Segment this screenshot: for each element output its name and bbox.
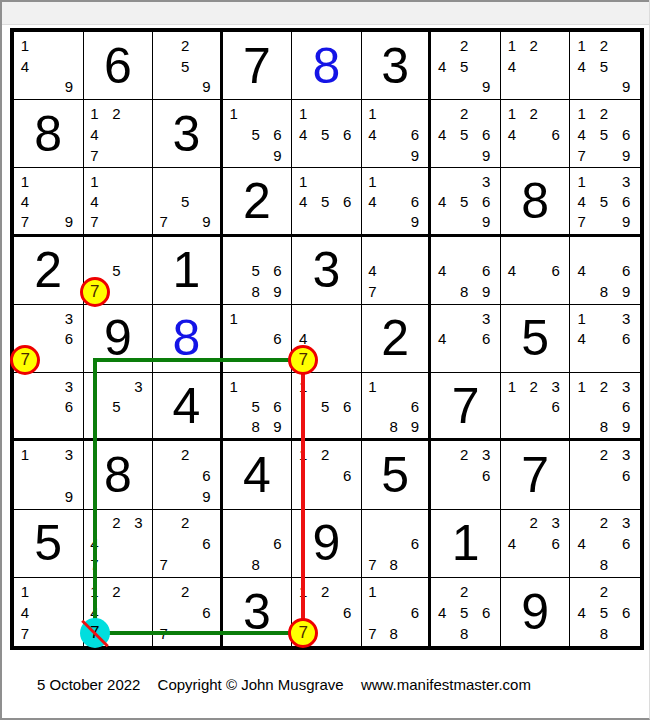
cell-r4c8[interactable]: 46 xyxy=(501,237,571,305)
cell-r3c3[interactable]: 579 xyxy=(153,168,223,236)
candidate-digit: 5 xyxy=(600,194,608,209)
candidate-digit: 2 xyxy=(600,105,608,120)
candidate-digit: 5 xyxy=(181,58,189,73)
candidate-digit: 3 xyxy=(482,310,490,325)
candidate-digit: 2 xyxy=(600,37,608,52)
candidate-digit: 9 xyxy=(202,214,210,229)
candidate-digit: 6 xyxy=(411,604,419,619)
cell-r2c7[interactable]: 24569 xyxy=(431,100,501,168)
candidate-digit: 2 xyxy=(460,37,468,52)
candidate-digit: 4 xyxy=(577,604,585,619)
footer-copyright: Copyright © John Musgrave xyxy=(158,676,344,693)
cell-r4c2[interactable]: 57 xyxy=(84,237,154,305)
cell-r6c5[interactable]: 156 xyxy=(292,373,362,441)
candidate-digit: 8 xyxy=(251,556,259,571)
candidate-digit: 1 xyxy=(90,583,98,598)
cell-r9c7[interactable]: 24568 xyxy=(431,578,501,646)
candidate-digit: 6 xyxy=(411,126,419,141)
candidate-digit: 7 xyxy=(21,214,29,229)
candidate-digit: 3 xyxy=(622,515,630,530)
cell-r5c7[interactable]: 346 xyxy=(431,305,501,373)
cell-r4c9[interactable]: 4689 xyxy=(570,237,640,305)
candidate-digit: 3 xyxy=(622,447,630,462)
candidate-digit: 8 xyxy=(600,626,608,641)
candidate-digit: 9 xyxy=(482,147,490,162)
candidate-digit: 6 xyxy=(622,331,630,346)
candidate-digit: 1 xyxy=(229,378,237,393)
candidate-digit: 1 xyxy=(368,173,376,188)
candidate-digit: 8 xyxy=(390,418,398,433)
candidate-digit: 2 xyxy=(600,447,608,462)
cell-r7c5[interactable]: 126 xyxy=(292,441,362,509)
candidate-digit: 1 xyxy=(21,447,29,462)
candidate-digit: 1 xyxy=(299,378,307,393)
cell-r2c6[interactable]: 1469 xyxy=(362,100,432,168)
cell-r2c1[interactable]: 8 xyxy=(14,100,84,168)
given-digit: 5 xyxy=(381,450,409,500)
candidate-digit: 9 xyxy=(273,147,281,162)
candidate-digit: 7 xyxy=(21,352,29,367)
candidate-digit: 5 xyxy=(600,604,608,619)
candidate-digit: 8 xyxy=(251,418,259,433)
given-digit: 5 xyxy=(521,313,549,363)
cell-r8c4[interactable]: 68 xyxy=(223,510,293,578)
candidate-digit: 6 xyxy=(202,536,210,551)
given-digit: 3 xyxy=(243,587,271,637)
cell-r6c8[interactable]: 1236 xyxy=(501,373,571,441)
candidate-digit: 2 xyxy=(530,37,538,52)
candidate-digit: 9 xyxy=(65,488,73,503)
candidate-digit: 4 xyxy=(90,536,98,551)
candidate-digit: 2 xyxy=(600,583,608,598)
candidate-digit: 2 xyxy=(460,447,468,462)
cell-r1c6[interactable]: 3 xyxy=(362,32,432,100)
candidate-digit: 6 xyxy=(552,536,560,551)
candidate-digit: 1 xyxy=(577,378,585,393)
cell-r3c2[interactable]: 147 xyxy=(84,168,154,236)
candidate-digit: 4 xyxy=(438,194,446,209)
cell-r9c8[interactable]: 9 xyxy=(501,578,571,646)
candidate-digit: 8 xyxy=(460,284,468,299)
candidate-digit: 6 xyxy=(343,126,351,141)
candidate-digit: 6 xyxy=(552,398,560,413)
candidate-digit: 3 xyxy=(65,447,73,462)
cell-r7c2[interactable]: 8 xyxy=(84,441,154,509)
cell-r1c4[interactable]: 7 xyxy=(223,32,293,100)
candidate-digit: 7 xyxy=(368,284,376,299)
candidate-digit: 1 xyxy=(508,378,516,393)
cell-r3c4[interactable]: 2 xyxy=(223,168,293,236)
candidate-digit: 6 xyxy=(552,126,560,141)
candidate-digit: 9 xyxy=(482,79,490,94)
cell-r6c6[interactable]: 1689 xyxy=(362,373,432,441)
candidate-digit: 7 xyxy=(21,626,29,641)
candidate-digit: 1 xyxy=(368,378,376,393)
cell-r3c7[interactable]: 34569 xyxy=(431,168,501,236)
cell-r4c5[interactable]: 3 xyxy=(292,237,362,305)
candidate-digit: 9 xyxy=(411,214,419,229)
candidate-digit: 8 xyxy=(390,626,398,641)
candidate-digit: 8 xyxy=(600,556,608,571)
candidate-digit: 6 xyxy=(622,194,630,209)
candidate-digit: 1 xyxy=(577,310,585,325)
candidate-digit: 7 xyxy=(90,284,98,299)
candidate-digit: 6 xyxy=(482,263,490,278)
cell-r6c9[interactable]: 123689 xyxy=(570,373,640,441)
given-digit: 7 xyxy=(521,450,549,500)
cell-r4c7[interactable]: 4689 xyxy=(431,237,501,305)
candidate-digit: 6 xyxy=(343,194,351,209)
candidate-digit: 3 xyxy=(65,310,73,325)
candidate-digit: 9 xyxy=(482,214,490,229)
candidate-digit: 8 xyxy=(600,284,608,299)
candidate-digit: 7 xyxy=(160,214,168,229)
candidate-digit: 1 xyxy=(21,37,29,52)
cell-r9c1[interactable]: 147 xyxy=(14,578,84,646)
candidate-digit: 9 xyxy=(65,214,73,229)
cell-r8c3[interactable]: 267 xyxy=(153,510,223,578)
candidate-digit: 1 xyxy=(90,173,98,188)
candidate-digit: 3 xyxy=(622,173,630,188)
candidate-digit: 4 xyxy=(21,604,29,619)
candidate-digit: 6 xyxy=(65,331,73,346)
candidate-digit: 3 xyxy=(65,378,73,393)
candidate-digit: 7 xyxy=(90,147,98,162)
given-digit: 7 xyxy=(452,381,480,431)
candidate-digit: 4 xyxy=(508,536,516,551)
candidate-digit: 7 xyxy=(90,556,98,571)
cell-r6c1[interactable]: 36 xyxy=(14,373,84,441)
candidate-digit: 3 xyxy=(134,515,142,530)
candidate-digit: 4 xyxy=(21,194,29,209)
cell-r7c8[interactable]: 7 xyxy=(501,441,571,509)
given-digit: 2 xyxy=(34,245,62,295)
candidate-digit: 8 xyxy=(251,284,259,299)
cell-r5c2[interactable]: 9 xyxy=(84,305,154,373)
cell-r6c4[interactable]: 15689 xyxy=(223,373,293,441)
candidate-digit: 4 xyxy=(299,194,307,209)
cell-r5c4[interactable]: 16 xyxy=(223,305,293,373)
candidate-digit: 1 xyxy=(299,583,307,598)
candidate-digit: 1 xyxy=(299,173,307,188)
candidate-digit: 3 xyxy=(552,378,560,393)
candidate-digit: 2 xyxy=(530,378,538,393)
candidate-digit: 9 xyxy=(622,147,630,162)
candidate-digit: 3 xyxy=(622,310,630,325)
candidate-digit: 6 xyxy=(343,467,351,482)
cell-r2c9[interactable]: 1245679 xyxy=(570,100,640,168)
given-digit: 8 xyxy=(104,450,132,500)
candidate-digit: 6 xyxy=(343,604,351,619)
candidate-digit: 1 xyxy=(229,310,237,325)
candidate-digit: 4 xyxy=(508,126,516,141)
candidate-digit: 7 xyxy=(368,556,376,571)
cell-r4c6[interactable]: 47 xyxy=(362,237,432,305)
candidate-digit: 6 xyxy=(273,126,281,141)
given-digit: 2 xyxy=(243,176,271,226)
cell-r1c9[interactable]: 12459 xyxy=(570,32,640,100)
entered-digit: 8 xyxy=(172,313,200,363)
candidate-digit: 1 xyxy=(368,105,376,120)
candidate-digit: 4 xyxy=(90,126,98,141)
candidate-digit: 2 xyxy=(321,447,329,462)
cell-r2c8[interactable]: 1246 xyxy=(501,100,571,168)
candidate-digit: 6 xyxy=(411,194,419,209)
candidate-digit: 5 xyxy=(321,194,329,209)
candidate-digit: 6 xyxy=(622,263,630,278)
candidate-digit: 5 xyxy=(460,604,468,619)
candidate-digit: 1 xyxy=(21,173,29,188)
candidate-digit: 3 xyxy=(622,378,630,393)
candidate-digit: 2 xyxy=(600,515,608,530)
candidate-digit: 1 xyxy=(90,105,98,120)
given-digit: 1 xyxy=(172,245,200,295)
cell-r5c6[interactable]: 2 xyxy=(362,305,432,373)
cell-r8c6[interactable]: 678 xyxy=(362,510,432,578)
candidate-digit: 5 xyxy=(321,126,329,141)
cell-r2c2[interactable]: 1247 xyxy=(84,100,154,168)
candidate-digit: 9 xyxy=(202,79,210,94)
cell-r9c9[interactable]: 24568 xyxy=(570,578,640,646)
given-digit: 9 xyxy=(313,518,341,568)
candidate-digit: 8 xyxy=(390,556,398,571)
candidate-digit: 2 xyxy=(112,105,120,120)
candidate-digit: 4 xyxy=(508,263,516,278)
candidate-digit: 6 xyxy=(482,467,490,482)
footer-date: 5 October 2022 xyxy=(37,676,140,693)
candidate-digit: 9 xyxy=(273,284,281,299)
cell-r4c4[interactable]: 5689 xyxy=(223,237,293,305)
candidate-digit: 6 xyxy=(622,467,630,482)
candidate-digit: 2 xyxy=(181,447,189,462)
given-digit: 5 xyxy=(34,518,62,568)
candidate-digit: 9 xyxy=(622,418,630,433)
cell-r6c2[interactable]: 35 xyxy=(84,373,154,441)
sudoku-board: 1496259783245912412459812473156914561469… xyxy=(10,28,644,650)
cell-r3c8[interactable]: 8 xyxy=(501,168,571,236)
entered-digit: 8 xyxy=(313,41,341,91)
candidate-digit: 5 xyxy=(460,126,468,141)
candidate-digit: 6 xyxy=(482,126,490,141)
cell-r3c5[interactable]: 1456 xyxy=(292,168,362,236)
candidate-digit: 1 xyxy=(577,173,585,188)
candidate-digit: 9 xyxy=(622,79,630,94)
candidate-digit: 3 xyxy=(552,515,560,530)
candidate-digit: 6 xyxy=(273,263,281,278)
candidate-digit: 4 xyxy=(438,126,446,141)
candidate-digit: 4 xyxy=(368,126,376,141)
candidate-digit: 2 xyxy=(600,378,608,393)
candidate-digit: 9 xyxy=(622,214,630,229)
candidate-digit: 4 xyxy=(577,263,585,278)
candidate-digit: 2 xyxy=(181,37,189,52)
cell-r6c3[interactable]: 4 xyxy=(153,373,223,441)
given-digit: 3 xyxy=(172,109,200,159)
cell-r2c4[interactable]: 1569 xyxy=(223,100,293,168)
candidate-digit: 7 xyxy=(299,626,307,641)
given-digit: 9 xyxy=(104,313,132,363)
candidate-digit: 4 xyxy=(508,58,516,73)
candidate-digit: 1 xyxy=(508,105,516,120)
candidate-digit: 5 xyxy=(460,194,468,209)
candidate-digit: 2 xyxy=(181,583,189,598)
candidate-digit: 4 xyxy=(438,263,446,278)
cell-r9c4[interactable]: 3 xyxy=(223,578,293,646)
candidate-digit: 5 xyxy=(251,263,259,278)
candidate-digit: 3 xyxy=(482,173,490,188)
cell-r7c9[interactable]: 236 xyxy=(570,441,640,509)
cell-r5c3[interactable]: 8 xyxy=(153,305,223,373)
cell-r4c1[interactable]: 2 xyxy=(14,237,84,305)
given-digit: 3 xyxy=(381,41,409,91)
candidate-digit: 7 xyxy=(368,626,376,641)
candidate-digit: 4 xyxy=(577,536,585,551)
candidate-digit: 6 xyxy=(202,604,210,619)
candidate-digit: 5 xyxy=(600,126,608,141)
cell-r1c2[interactable]: 6 xyxy=(84,32,154,100)
candidate-digit: 6 xyxy=(411,536,419,551)
candidate-digit: 7 xyxy=(299,352,307,367)
candidate-digit: 1 xyxy=(21,583,29,598)
candidate-digit: 6 xyxy=(273,331,281,346)
cell-r8c9[interactable]: 23468 xyxy=(570,510,640,578)
candidate-digit: 6 xyxy=(622,536,630,551)
candidate-digit: 1 xyxy=(508,37,516,52)
given-digit: 8 xyxy=(34,109,62,159)
cell-r2c3[interactable]: 3 xyxy=(153,100,223,168)
cell-r2c5[interactable]: 1456 xyxy=(292,100,362,168)
candidate-digit: 3 xyxy=(482,447,490,462)
candidate-digit: 5 xyxy=(251,398,259,413)
candidate-digit: 4 xyxy=(299,126,307,141)
cell-r8c5[interactable]: 9 xyxy=(292,510,362,578)
cell-r9c5[interactable]: 1267 xyxy=(292,578,362,646)
cell-r7c7[interactable]: 236 xyxy=(431,441,501,509)
footer: 5 October 2022 Copyright © John Musgrave… xyxy=(37,676,544,693)
candidate-digit: 4 xyxy=(438,331,446,346)
candidate-digit: 9 xyxy=(273,418,281,433)
given-digit: 6 xyxy=(104,41,132,91)
candidate-digit: 8 xyxy=(600,418,608,433)
candidate-digit: 4 xyxy=(368,263,376,278)
cell-r3c6[interactable]: 1469 xyxy=(362,168,432,236)
cell-r5c8[interactable]: 5 xyxy=(501,305,571,373)
cell-r7c4[interactable]: 4 xyxy=(223,441,293,509)
candidate-digit: 6 xyxy=(273,536,281,551)
cell-r8c2[interactable]: 2347 xyxy=(84,510,154,578)
candidate-digit: 3 xyxy=(134,378,142,393)
cell-r4c3[interactable]: 1 xyxy=(153,237,223,305)
cell-r3c1[interactable]: 1479 xyxy=(14,168,84,236)
candidate-digit: 4 xyxy=(299,331,307,346)
candidate-digit: 9 xyxy=(482,284,490,299)
cell-r1c3[interactable]: 259 xyxy=(153,32,223,100)
candidate-digit: 9 xyxy=(65,79,73,94)
cell-r9c2[interactable]: 1247 xyxy=(84,578,154,646)
candidate-digit: 6 xyxy=(65,398,73,413)
candidate-digit: 6 xyxy=(482,331,490,346)
candidate-digit: 2 xyxy=(112,515,120,530)
cell-r7c3[interactable]: 269 xyxy=(153,441,223,509)
cell-r5c9[interactable]: 1346 xyxy=(570,305,640,373)
candidate-digit: 6 xyxy=(343,398,351,413)
given-digit: 7 xyxy=(243,41,271,91)
given-digit: 3 xyxy=(313,245,341,295)
candidate-digit: 2 xyxy=(181,515,189,530)
given-digit: 4 xyxy=(172,381,200,431)
candidate-digit: 6 xyxy=(202,467,210,482)
cell-r8c1[interactable]: 5 xyxy=(14,510,84,578)
candidate-digit: 6 xyxy=(482,194,490,209)
cell-r1c7[interactable]: 2459 xyxy=(431,32,501,100)
candidate-digit: 5 xyxy=(600,58,608,73)
candidate-digit: 2 xyxy=(112,583,120,598)
candidate-digit: 6 xyxy=(411,398,419,413)
candidate-digit: 5 xyxy=(251,126,259,141)
candidate-digit: 1 xyxy=(229,105,237,120)
given-digit: 8 xyxy=(521,176,549,226)
cell-r1c8[interactable]: 124 xyxy=(501,32,571,100)
candidate-digit: 4 xyxy=(577,194,585,209)
candidate-digit: 5 xyxy=(321,398,329,413)
given-digit: 9 xyxy=(521,587,549,637)
cell-r5c5[interactable]: 47 xyxy=(292,305,362,373)
cell-r7c6[interactable]: 5 xyxy=(362,441,432,509)
candidate-digit: 6 xyxy=(622,604,630,619)
cell-r9c3[interactable]: 267 xyxy=(153,578,223,646)
candidate-digit: 4 xyxy=(577,126,585,141)
candidate-digit: 6 xyxy=(622,398,630,413)
candidate-digit: 4 xyxy=(438,58,446,73)
given-digit: 2 xyxy=(381,313,409,363)
candidate-digit: 9 xyxy=(202,488,210,503)
given-digit: 1 xyxy=(452,518,480,568)
candidate-digit: 1 xyxy=(299,105,307,120)
candidate-digit: 5 xyxy=(181,194,189,209)
candidate-digit: 1 xyxy=(577,105,585,120)
candidate-digit: 1 xyxy=(299,447,307,462)
cell-r3c9[interactable]: 1345679 xyxy=(570,168,640,236)
candidate-digit: 6 xyxy=(482,604,490,619)
candidate-digit: 8 xyxy=(460,626,468,641)
candidate-digit: 6 xyxy=(622,126,630,141)
candidate-digit: 9 xyxy=(411,418,419,433)
cell-r5c1[interactable]: 367 xyxy=(14,305,84,373)
candidate-digit: 4 xyxy=(21,58,29,73)
cell-r1c5[interactable]: 8 xyxy=(292,32,362,100)
candidate-digit: 7 xyxy=(160,626,168,641)
window-top-bar xyxy=(2,0,650,25)
cell-r8c8[interactable]: 2346 xyxy=(501,510,571,578)
cell-r9c6[interactable]: 1678 xyxy=(362,578,432,646)
candidate-digit: 2 xyxy=(530,515,538,530)
candidate-digit: 4 xyxy=(368,194,376,209)
candidate-digit: 2 xyxy=(321,583,329,598)
candidate-digit: 7 xyxy=(90,214,98,229)
candidate-digit: 1 xyxy=(368,583,376,598)
candidate-digit: 6 xyxy=(273,398,281,413)
candidate-digit: 5 xyxy=(112,263,120,278)
candidate-digit: 4 xyxy=(438,604,446,619)
candidate-digit: 7 xyxy=(90,626,98,641)
cell-r1c1[interactable]: 149 xyxy=(14,32,84,100)
candidate-digit: 9 xyxy=(622,284,630,299)
cell-r7c1[interactable]: 139 xyxy=(14,441,84,509)
cell-r8c7[interactable]: 1 xyxy=(431,510,501,578)
candidate-digit: 1 xyxy=(577,37,585,52)
candidate-digit: 5 xyxy=(112,398,120,413)
cell-r6c7[interactable]: 7 xyxy=(431,373,501,441)
